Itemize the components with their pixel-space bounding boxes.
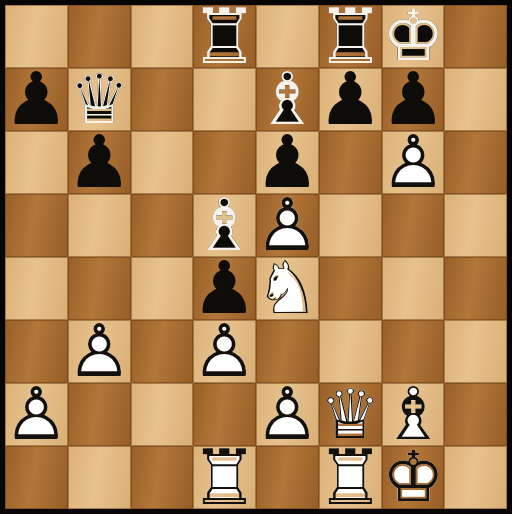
square-a5[interactable] — [5, 194, 68, 257]
square-h6[interactable] — [444, 131, 507, 194]
black-bishop-glyph: ♝ — [190, 191, 259, 260]
white-pawn-glyph: ♟ — [190, 317, 259, 386]
square-a6[interactable] — [5, 131, 68, 194]
black-bishop[interactable]: ♝♗ — [256, 68, 319, 131]
white-pawn-outline: ♙ — [190, 317, 259, 386]
white-pawn[interactable]: ♟♙ — [256, 383, 319, 446]
square-d1[interactable]: ♜♖ — [193, 446, 256, 509]
white-rook-glyph: ♜ — [314, 441, 387, 514]
white-king-outline: ♔ — [380, 444, 447, 511]
square-d2[interactable] — [193, 383, 256, 446]
square-h8[interactable] — [444, 5, 507, 68]
square-c2[interactable] — [131, 383, 194, 446]
black-bishop-outline: ♗ — [190, 191, 259, 260]
black-queen[interactable]: ♛♕ — [68, 68, 131, 131]
black-rook[interactable]: ♜♖ — [193, 5, 256, 68]
square-b2[interactable] — [68, 383, 131, 446]
square-a4[interactable] — [5, 257, 68, 320]
white-pawn-outline: ♙ — [2, 380, 71, 449]
square-a2[interactable]: ♟♙ — [5, 383, 68, 446]
square-c4[interactable] — [131, 257, 194, 320]
square-a3[interactable] — [5, 320, 68, 383]
white-pawn-glyph: ♟ — [2, 380, 71, 449]
square-e5[interactable]: ♟♙ — [256, 194, 319, 257]
square-d5[interactable]: ♝♗ — [193, 194, 256, 257]
black-pawn[interactable]: ♟ — [193, 257, 256, 320]
black-pawn[interactable]: ♟ — [319, 68, 382, 131]
black-pawn[interactable]: ♟ — [382, 68, 445, 131]
chess-board: ♜♖♜♖♚♔♟♛♕♝♗♟♟♟♟♟♙♝♗♟♙♟♞♘♟♙♟♙♟♙♟♙♛♕♝♗♜♖♜♖… — [5, 5, 507, 509]
square-e2[interactable]: ♟♙ — [256, 383, 319, 446]
square-d6[interactable] — [193, 131, 256, 194]
black-king-glyph: ♚ — [380, 3, 447, 70]
square-f4[interactable] — [319, 257, 382, 320]
square-c6[interactable] — [131, 131, 194, 194]
black-pawn[interactable]: ♟ — [68, 131, 131, 194]
square-g5[interactable] — [382, 194, 445, 257]
square-g7[interactable]: ♟ — [382, 68, 445, 131]
square-g1[interactable]: ♚♔ — [382, 446, 445, 509]
white-rook-outline: ♖ — [314, 441, 387, 514]
white-knight[interactable]: ♞♘ — [256, 257, 319, 320]
square-d3[interactable]: ♟♙ — [193, 320, 256, 383]
black-rook-glyph: ♜ — [314, 0, 387, 73]
black-bishop[interactable]: ♝♗ — [193, 194, 256, 257]
square-h2[interactable] — [444, 383, 507, 446]
black-king-outline: ♔ — [380, 3, 447, 70]
white-pawn-outline: ♙ — [378, 128, 447, 197]
white-queen-outline: ♕ — [317, 382, 382, 448]
black-bishop-glyph: ♝ — [253, 65, 322, 134]
square-e3[interactable] — [256, 320, 319, 383]
square-f5[interactable] — [319, 194, 382, 257]
white-knight-glyph: ♞ — [253, 254, 322, 323]
white-rook-glyph: ♜ — [188, 441, 261, 514]
square-e8[interactable] — [256, 5, 319, 68]
black-rook-outline: ♖ — [188, 0, 261, 73]
white-pawn-outline: ♙ — [65, 317, 134, 386]
chess-board-frame: ♜♖♜♖♚♔♟♛♕♝♗♟♟♟♟♟♙♝♗♟♙♟♞♘♟♙♟♙♟♙♟♙♛♕♝♗♜♖♜♖… — [0, 0, 512, 514]
square-c8[interactable] — [131, 5, 194, 68]
square-e4[interactable]: ♞♘ — [256, 257, 319, 320]
square-f7[interactable]: ♟ — [319, 68, 382, 131]
white-pawn[interactable]: ♟♙ — [68, 320, 131, 383]
black-pawn[interactable]: ♟ — [5, 68, 68, 131]
square-g8[interactable]: ♚♔ — [382, 5, 445, 68]
square-b6[interactable]: ♟ — [68, 131, 131, 194]
white-pawn-outline: ♙ — [253, 191, 322, 260]
white-pawn-glyph: ♟ — [253, 191, 322, 260]
square-c3[interactable] — [131, 320, 194, 383]
square-b5[interactable] — [68, 194, 131, 257]
black-pawn[interactable]: ♟ — [256, 131, 319, 194]
square-h1[interactable] — [444, 446, 507, 509]
white-rook[interactable]: ♜♖ — [319, 446, 382, 509]
square-e6[interactable]: ♟ — [256, 131, 319, 194]
square-d7[interactable] — [193, 68, 256, 131]
black-king[interactable]: ♚♔ — [382, 5, 445, 68]
square-f3[interactable] — [319, 320, 382, 383]
square-b3[interactable]: ♟♙ — [68, 320, 131, 383]
white-king-glyph: ♚ — [380, 444, 447, 511]
black-pawn-glyph: ♟ — [253, 128, 322, 197]
square-f8[interactable]: ♜♖ — [319, 5, 382, 68]
black-bishop-outline: ♗ — [253, 65, 322, 134]
black-rook[interactable]: ♜♖ — [319, 5, 382, 68]
white-queen[interactable]: ♛♕ — [319, 383, 382, 446]
white-pawn[interactable]: ♟♙ — [5, 383, 68, 446]
square-g6[interactable]: ♟♙ — [382, 131, 445, 194]
white-bishop[interactable]: ♝♗ — [382, 383, 445, 446]
square-b8[interactable] — [68, 5, 131, 68]
square-h5[interactable] — [444, 194, 507, 257]
square-c5[interactable] — [131, 194, 194, 257]
square-b7[interactable]: ♛♕ — [68, 68, 131, 131]
square-a8[interactable] — [5, 5, 68, 68]
square-c7[interactable] — [131, 68, 194, 131]
square-f2[interactable]: ♛♕ — [319, 383, 382, 446]
square-d4[interactable]: ♟ — [193, 257, 256, 320]
square-g2[interactable]: ♝♗ — [382, 383, 445, 446]
square-h7[interactable] — [444, 68, 507, 131]
black-rook-outline: ♖ — [314, 0, 387, 73]
white-rook[interactable]: ♜♖ — [193, 446, 256, 509]
black-queen-glyph: ♛ — [66, 67, 131, 133]
square-g4[interactable] — [382, 257, 445, 320]
square-g3[interactable] — [382, 320, 445, 383]
black-pawn-glyph: ♟ — [2, 65, 71, 134]
square-c1[interactable] — [131, 446, 194, 509]
white-pawn-glyph: ♟ — [378, 128, 447, 197]
square-a1[interactable] — [5, 446, 68, 509]
white-queen-glyph: ♛ — [317, 382, 382, 448]
square-b1[interactable] — [68, 446, 131, 509]
square-h4[interactable] — [444, 257, 507, 320]
black-queen-outline: ♕ — [66, 67, 131, 133]
black-rook-glyph: ♜ — [188, 0, 261, 73]
white-rook-outline: ♖ — [188, 441, 261, 514]
square-f1[interactable]: ♜♖ — [319, 446, 382, 509]
white-knight-outline: ♘ — [253, 254, 322, 323]
square-e7[interactable]: ♝♗ — [256, 68, 319, 131]
square-d8[interactable]: ♜♖ — [193, 5, 256, 68]
square-a7[interactable]: ♟ — [5, 68, 68, 131]
white-pawn[interactable]: ♟♙ — [193, 320, 256, 383]
black-pawn-glyph: ♟ — [190, 254, 259, 323]
white-bishop-glyph: ♝ — [378, 380, 447, 449]
black-pawn-glyph: ♟ — [378, 65, 447, 134]
white-pawn-glyph: ♟ — [65, 317, 134, 386]
square-b4[interactable] — [68, 257, 131, 320]
square-e1[interactable] — [256, 446, 319, 509]
white-pawn[interactable]: ♟♙ — [256, 194, 319, 257]
white-king[interactable]: ♚♔ — [382, 446, 445, 509]
white-pawn[interactable]: ♟♙ — [382, 131, 445, 194]
white-pawn-glyph: ♟ — [253, 380, 322, 449]
black-pawn-glyph: ♟ — [316, 65, 385, 134]
white-pawn-outline: ♙ — [253, 380, 322, 449]
square-f6[interactable] — [319, 131, 382, 194]
white-bishop-outline: ♗ — [378, 380, 447, 449]
square-h3[interactable] — [444, 320, 507, 383]
black-pawn-glyph: ♟ — [65, 128, 134, 197]
